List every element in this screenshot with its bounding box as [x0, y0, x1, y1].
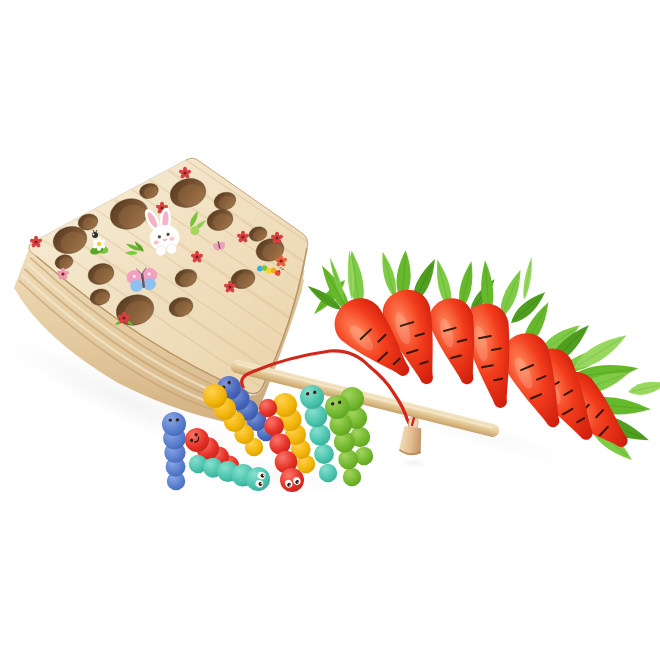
product-photo-figure: Overhead product photo of a wooden carro…	[0, 0, 660, 660]
product-photo	[0, 0, 660, 660]
